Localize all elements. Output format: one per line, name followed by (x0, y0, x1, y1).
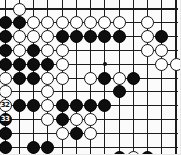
stone-black (0, 58, 12, 71)
stone-white (13, 3, 26, 16)
stone-black (0, 127, 12, 140)
stone-white (113, 72, 126, 85)
stone-black (13, 72, 26, 85)
stone-white (141, 44, 154, 57)
stone-white (70, 113, 83, 126)
star-point (103, 62, 107, 66)
stone-white (155, 58, 168, 71)
stone-white (27, 30, 40, 43)
stone-white (27, 16, 40, 29)
stone-white (141, 16, 154, 29)
stone-white (41, 99, 54, 112)
stone-black (155, 30, 168, 43)
stone-black (13, 99, 26, 112)
stone-black (70, 127, 83, 140)
stone-black (98, 72, 111, 85)
stone-white (155, 44, 168, 57)
stone-black-move-33: 33 (0, 113, 12, 126)
stone-black (27, 44, 40, 57)
stone-black (13, 58, 26, 71)
stone-black (41, 58, 54, 71)
stone-white (127, 151, 140, 155)
stone-white-move-32: 32 (0, 99, 12, 112)
stone-black (113, 85, 126, 98)
stone-white (84, 127, 97, 140)
stone-black (98, 99, 111, 112)
stone-white (13, 30, 26, 43)
stone-black (141, 151, 154, 155)
stone-white (41, 30, 54, 43)
board-top-edge-line (0, 8, 178, 10)
stone-white (84, 113, 97, 126)
stone-black (98, 30, 111, 43)
grid-line-horizontal (0, 91, 178, 92)
stone-white (113, 16, 126, 29)
stone-black (0, 44, 12, 57)
stone-white (41, 85, 54, 98)
stone-black (27, 141, 40, 154)
stone-black (27, 99, 40, 112)
stone-white (84, 72, 97, 85)
stone-black (56, 113, 69, 126)
go-board-diagram: 3233 (0, 0, 180, 154)
stone-white (56, 44, 69, 57)
stone-black (27, 72, 40, 85)
stone-white (0, 72, 12, 85)
stone-white (41, 44, 54, 57)
stone-black (27, 58, 40, 71)
stone-black (0, 16, 12, 29)
stone-black (84, 99, 97, 112)
stone-black (70, 30, 83, 43)
stone-white (56, 72, 69, 85)
stone-white (98, 16, 111, 29)
stone-black (0, 30, 12, 43)
stone-white (56, 58, 69, 71)
stone-white (70, 16, 83, 29)
stone-white (13, 44, 26, 57)
stone-white (141, 30, 154, 43)
stone-black (70, 99, 83, 112)
grid-line-vertical (161, 0, 162, 154)
stone-white (0, 85, 12, 98)
stone-white (84, 16, 97, 29)
stone-white (56, 16, 69, 29)
stone-white (56, 127, 69, 140)
board-right-edge-line (175, 0, 177, 154)
stone-black (84, 30, 97, 43)
stone-white (41, 72, 54, 85)
stone-white (170, 58, 181, 71)
stone-black (0, 141, 12, 154)
stone-black (13, 16, 26, 29)
stone-white (41, 16, 54, 29)
stone-black (56, 30, 69, 43)
stone-black (56, 99, 69, 112)
stone-black (113, 151, 126, 155)
stone-black (113, 30, 126, 43)
stone-black (41, 141, 54, 154)
stone-white (41, 113, 54, 126)
stone-black (127, 72, 140, 85)
